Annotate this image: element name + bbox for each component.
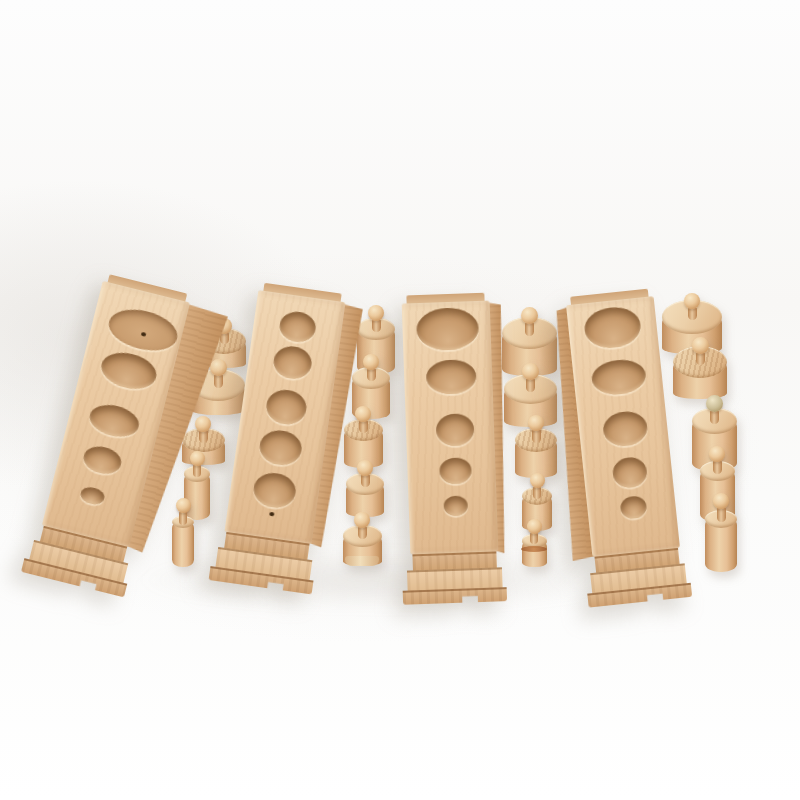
knob-ball [684, 293, 700, 309]
block-socket [439, 457, 472, 484]
block-socket [98, 348, 161, 395]
knob-ball [527, 519, 542, 534]
knob-ball [355, 406, 371, 422]
knobbed-cylinder-1-5 [172, 516, 194, 571]
cylinder-block-3 [402, 300, 499, 554]
block-socket [81, 443, 124, 477]
block-socket [443, 495, 468, 516]
knob-neck [214, 374, 223, 388]
cylinder-light-foot [345, 556, 379, 566]
knob-ball [354, 512, 370, 528]
knob-ball [522, 363, 539, 380]
block-socket [590, 357, 647, 396]
block-socket [278, 310, 318, 345]
knob-ball [176, 498, 191, 513]
block-socket [416, 306, 479, 350]
cylinder-body [172, 522, 194, 567]
knobbed-cylinder-4-5 [705, 510, 737, 576]
block-socket [619, 495, 647, 520]
knob-neck [532, 429, 541, 443]
knob-ball [363, 354, 379, 370]
block-socket [105, 303, 182, 357]
knob-neck [525, 322, 534, 336]
socket-pinhole [140, 332, 146, 337]
knobbed-cylinder-4-2 [673, 346, 727, 403]
block-socket [264, 387, 308, 426]
knob-ball [368, 305, 384, 321]
product-photo [0, 0, 800, 800]
knob-ball [713, 493, 729, 509]
knob-ball [530, 473, 545, 488]
knob-neck [713, 460, 722, 474]
knobbed-cylinder-3-5 [522, 534, 547, 571]
knob-ball [692, 337, 709, 354]
knob-ball [528, 415, 544, 431]
block-socket [611, 455, 648, 488]
knob-ball [706, 395, 723, 412]
knob-ball [195, 416, 211, 432]
block-socket [583, 304, 643, 350]
block-socket [258, 428, 304, 468]
knob-neck [717, 507, 726, 522]
block-socket [272, 344, 314, 381]
knob-neck [710, 410, 719, 424]
block-socket [436, 413, 475, 446]
block-socket [86, 400, 142, 441]
block-socket [426, 359, 477, 395]
knob-neck [526, 378, 535, 392]
knob-ball [190, 451, 205, 466]
knob-ball [357, 460, 373, 476]
block-socket [602, 409, 649, 447]
knob-ball [521, 307, 538, 324]
knob-neck [179, 511, 187, 525]
knobbed-cylinder-2-5 [343, 525, 382, 570]
block-top-face [402, 300, 499, 554]
knob-ball [210, 359, 227, 376]
block-socket [252, 471, 298, 511]
knob-ball [709, 446, 725, 462]
cylinder-ring [521, 546, 547, 552]
block-socket [79, 485, 106, 506]
